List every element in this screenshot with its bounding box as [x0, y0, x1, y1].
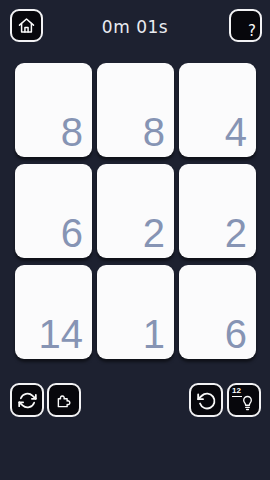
puzzle-button[interactable] — [47, 383, 81, 417]
puzzle-board: 8 8 4 6 2 2 14 1 6 — [15, 63, 256, 359]
tile-r1c1[interactable]: 2 — [97, 164, 174, 258]
tile-value: 14 — [39, 314, 84, 354]
tile-value: 8 — [61, 112, 83, 152]
tile-value: 1 — [143, 314, 165, 354]
restart-button[interactable] — [10, 383, 44, 417]
restart-cycle-icon — [17, 390, 38, 411]
app-screen: 0m 01s ? 8 8 4 6 2 2 14 1 6 — [0, 0, 270, 480]
puzzle-piece-icon — [54, 390, 75, 411]
tile-r2c1[interactable]: 1 — [97, 265, 174, 359]
tile-r2c0[interactable]: 14 — [15, 265, 92, 359]
tile-value: 2 — [225, 213, 247, 253]
tile-r0c1[interactable]: 8 — [97, 63, 174, 157]
help-button[interactable]: ? — [229, 9, 262, 42]
question-mark-icon: ? — [248, 24, 256, 39]
hint-count-badge: 12 — [232, 386, 242, 397]
tile-r1c0[interactable]: 6 — [15, 164, 92, 258]
undo-button[interactable] — [189, 383, 223, 417]
tile-value: 4 — [225, 112, 247, 152]
tile-value: 8 — [143, 112, 165, 152]
tile-value: 2 — [143, 213, 165, 253]
tile-r0c2[interactable]: 4 — [179, 63, 256, 157]
tile-r0c0[interactable]: 8 — [15, 63, 92, 157]
tile-r1c2[interactable]: 2 — [179, 164, 256, 258]
tile-value: 6 — [225, 314, 247, 354]
tile-r2c2[interactable]: 6 — [179, 265, 256, 359]
hint-button[interactable]: 12 — [227, 383, 261, 417]
tile-value: 6 — [61, 213, 83, 253]
undo-arrow-icon — [196, 390, 217, 411]
